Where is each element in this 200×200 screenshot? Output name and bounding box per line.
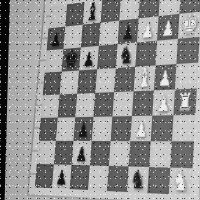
black-knight[interactable]: ♞: [116, 42, 137, 68]
square-g2[interactable]: [149, 141, 172, 167]
square-g6[interactable]: [155, 39, 177, 66]
black-knight[interactable]: ♞: [127, 166, 149, 193]
square-e2[interactable]: [109, 141, 130, 166]
black-pawn[interactable]: ♟: [73, 117, 93, 141]
square-b3[interactable]: [56, 117, 75, 141]
white-knight[interactable]: ♞: [169, 168, 193, 196]
square-a8[interactable]: [49, 4, 68, 28]
square-d7[interactable]: [99, 21, 119, 46]
square-b4[interactable]: [58, 94, 77, 118]
square-d2[interactable]: [90, 141, 111, 166]
square-c5[interactable]: [77, 69, 97, 93]
white-bishop[interactable]: ♝: [134, 65, 156, 91]
square-b2[interactable]: [54, 141, 74, 165]
square-d6[interactable]: [97, 44, 117, 69]
square-d1[interactable]: [88, 165, 109, 191]
square-a5[interactable]: [43, 72, 62, 96]
square-b8[interactable]: [65, 2, 84, 27]
square-d3[interactable]: [92, 116, 113, 141]
black-bishop[interactable]: ♝: [83, 0, 103, 25]
white-rook[interactable]: ♜: [173, 89, 196, 116]
square-a2[interactable]: [37, 141, 56, 165]
square-g3[interactable]: [151, 115, 174, 141]
white-pawn[interactable]: ♟: [157, 14, 179, 41]
square-e1[interactable]: [107, 166, 129, 192]
square-a1[interactable]: [35, 164, 54, 188]
square-a6[interactable]: [45, 49, 64, 73]
chessboard-photo: ♝♚♟♟♟♟♞♟♚♟♝♜♟♟♟♟♞♞♟: [0, 0, 200, 200]
chess-board: ♝♚♟♟♟♟♞♟♚♟♝♜♟♟♟♟♞♞♟: [27, 0, 200, 200]
square-d5[interactable]: [95, 68, 116, 93]
white-pawn[interactable]: ♟: [137, 16, 159, 42]
black-pawn[interactable]: ♟: [52, 164, 72, 189]
square-c7[interactable]: [81, 23, 101, 48]
square-d8[interactable]: [101, 0, 121, 23]
square-e5[interactable]: [114, 67, 135, 92]
black-pawn[interactable]: ♟: [79, 46, 99, 71]
white-pawn[interactable]: ♟: [152, 89, 175, 115]
square-a3[interactable]: [39, 118, 58, 141]
square-h5[interactable]: [175, 63, 198, 90]
square-h3[interactable]: [172, 115, 196, 142]
black-pawn[interactable]: ♟: [72, 141, 92, 165]
square-c1[interactable]: [70, 165, 90, 190]
square-c4[interactable]: [75, 93, 95, 117]
square-e4[interactable]: [112, 91, 133, 116]
square-g1[interactable]: [147, 167, 170, 194]
square-f4[interactable]: [132, 90, 154, 116]
square-e8[interactable]: [119, 0, 140, 21]
black-king[interactable]: ♚: [62, 47, 81, 71]
white-pawn[interactable]: ♟: [154, 64, 177, 90]
square-d4[interactable]: [94, 92, 115, 117]
square-e3[interactable]: [111, 116, 132, 141]
board-grid: ♝♚♟♟♟♟♞♟♚♟♝♜♟♟♟♟♞♞♟: [35, 0, 200, 195]
white-king[interactable]: ♚: [178, 11, 200, 38]
white-pawn[interactable]: ♟: [130, 116, 152, 142]
black-pawn[interactable]: ♟: [47, 27, 66, 51]
square-a4[interactable]: [41, 94, 60, 117]
